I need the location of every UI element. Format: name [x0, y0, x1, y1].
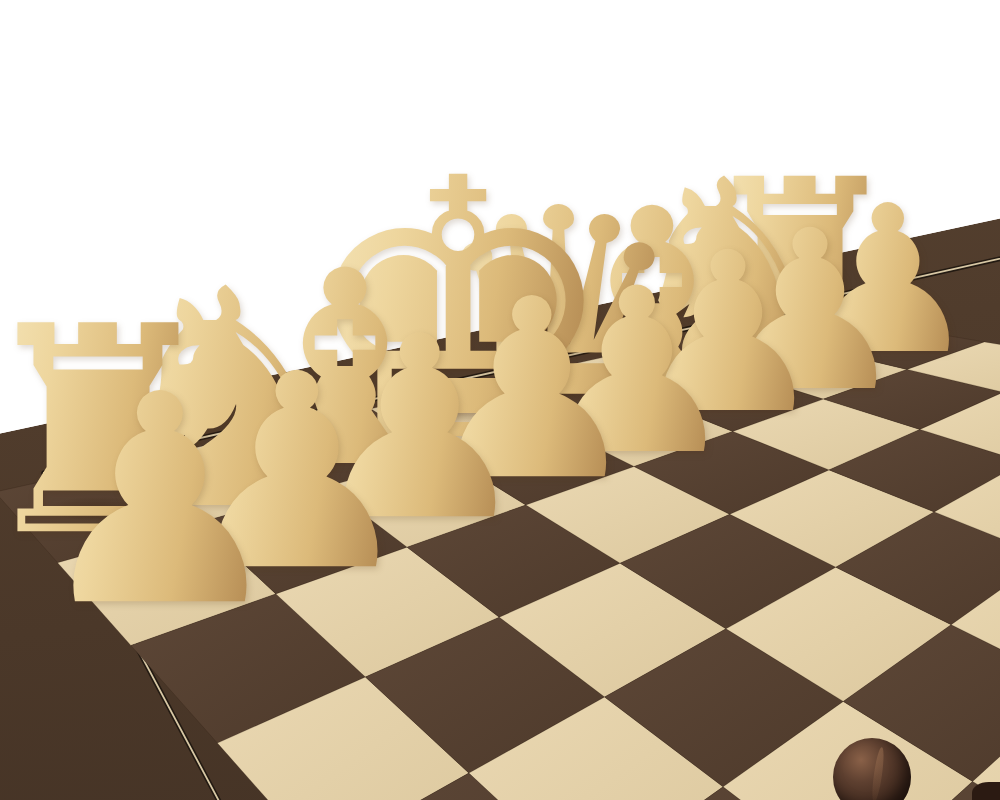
- rosewood-grain-highlight: [870, 747, 885, 800]
- black-piece-tip-partial: [972, 782, 1000, 800]
- chess-set-photo: ♜♟♞♟♝♟♛♟♚♟♝♟♞♟♜♟: [0, 0, 1000, 800]
- white-pawn-h2: ♟: [16, 357, 305, 646]
